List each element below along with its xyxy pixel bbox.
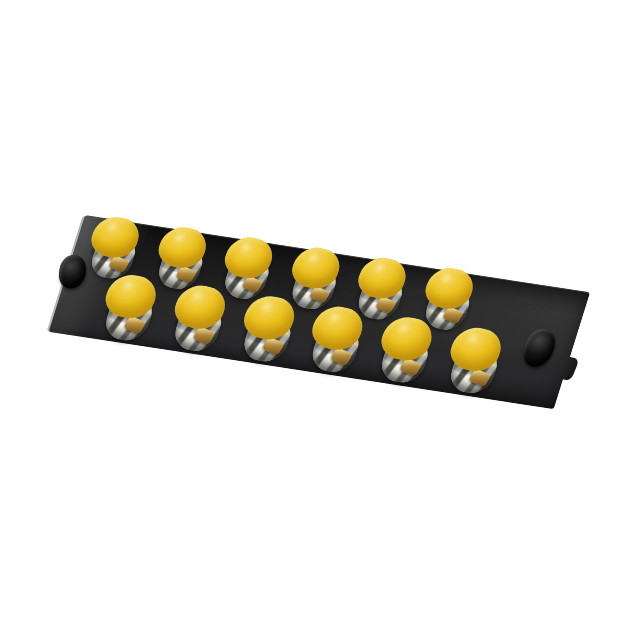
right-thumbscrew — [518, 326, 561, 370]
st-connector-r2-c4 — [297, 303, 373, 379]
st-connector-r2-c6 — [435, 324, 511, 400]
st-connector-r2-c5 — [366, 314, 442, 390]
product-photo — [0, 0, 640, 640]
fiber-adapter-panel — [49, 215, 591, 409]
st-connector-r2-c2 — [159, 282, 235, 358]
st-connector-r2-c3 — [228, 293, 304, 369]
panel-right-edge-tab — [554, 355, 579, 381]
connector-grid — [85, 216, 590, 293]
